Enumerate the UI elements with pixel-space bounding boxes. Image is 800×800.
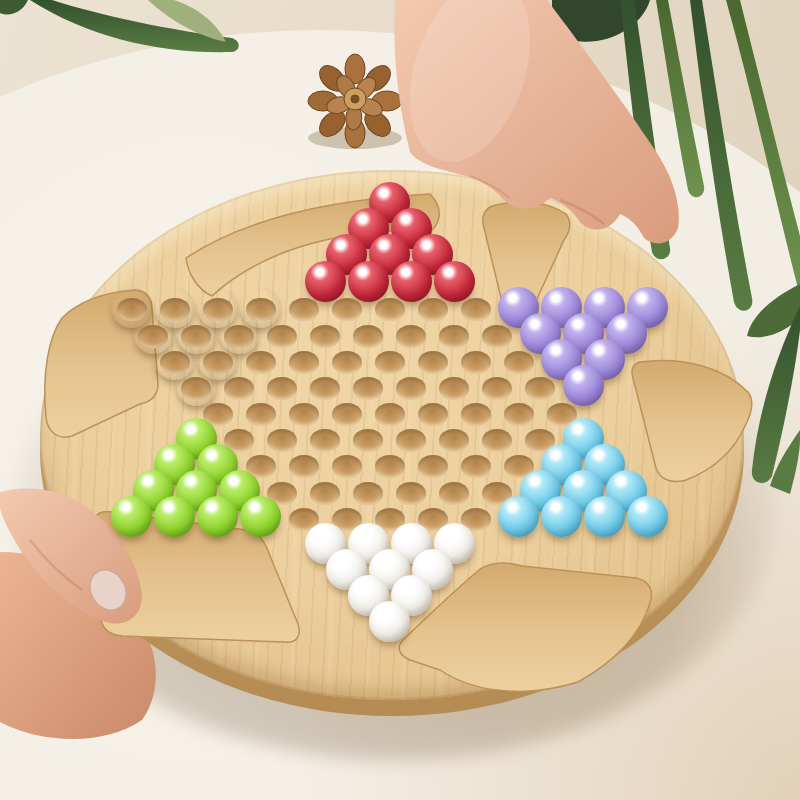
marble-white[interactable] [369, 601, 410, 642]
marble-green[interactable] [111, 496, 152, 537]
marble-green[interactable] [154, 496, 195, 537]
board-hole[interactable] [332, 403, 362, 426]
board-hole[interactable] [310, 482, 340, 505]
board-cell [325, 349, 368, 375]
board-cell [390, 375, 433, 401]
board-hole[interactable] [439, 377, 469, 400]
marble-green[interactable] [240, 496, 281, 537]
board-hole[interactable] [353, 377, 383, 400]
board-hole[interactable] [396, 429, 426, 452]
board-cell [433, 323, 476, 349]
board-hole[interactable] [310, 429, 340, 452]
board-cell [497, 506, 540, 532]
board-hole[interactable] [375, 351, 405, 374]
marble-blue[interactable] [584, 496, 625, 537]
board-cell [347, 323, 390, 349]
board-cell [347, 480, 390, 506]
board-cell [325, 454, 368, 480]
board-hole[interactable] [267, 325, 297, 348]
marble-red[interactable] [434, 261, 475, 302]
board-cell [411, 402, 454, 428]
board-cell [411, 297, 454, 323]
board-cell [325, 297, 368, 323]
board-hole[interactable] [310, 377, 340, 400]
board-hole[interactable] [396, 325, 426, 348]
marble-blue[interactable] [498, 496, 539, 537]
board-cell [368, 402, 411, 428]
board-hole[interactable] [396, 377, 426, 400]
board-cell [175, 375, 218, 401]
board-cell [454, 349, 497, 375]
board-hole[interactable] [439, 325, 469, 348]
board-cell [390, 323, 433, 349]
board-hole[interactable] [332, 455, 362, 478]
board-cell [433, 428, 476, 454]
board-cell [433, 375, 476, 401]
board-hole[interactable] [289, 403, 319, 426]
board-cell [390, 428, 433, 454]
board-cell [239, 402, 282, 428]
board-cell [304, 323, 347, 349]
board-hole[interactable] [310, 325, 340, 348]
board-hole[interactable] [461, 298, 491, 321]
board-cell [282, 454, 325, 480]
board-cell [583, 506, 626, 532]
board-cell [347, 375, 390, 401]
board-hole[interactable] [504, 351, 534, 374]
board-hole[interactable] [461, 403, 491, 426]
scene [0, 0, 800, 800]
board-cell [390, 480, 433, 506]
marble-blue[interactable] [541, 496, 582, 537]
board-cell [239, 349, 282, 375]
board-cell [454, 297, 497, 323]
board-hole[interactable] [418, 351, 448, 374]
board-hole[interactable] [289, 351, 319, 374]
board-cell [325, 402, 368, 428]
board-hole[interactable] [482, 429, 512, 452]
board-cell [454, 454, 497, 480]
board-cell [218, 375, 261, 401]
board-cell [433, 480, 476, 506]
board-cell [411, 349, 454, 375]
board-cell [476, 428, 519, 454]
board-cell [476, 375, 519, 401]
board-cell [562, 375, 605, 401]
board-hole[interactable] [289, 455, 319, 478]
board-cell [304, 480, 347, 506]
board-cell [476, 323, 519, 349]
board-cell [368, 454, 411, 480]
board-cell [261, 428, 304, 454]
board-hole[interactable] [525, 377, 555, 400]
board-cell [540, 506, 583, 532]
board-hole[interactable] [396, 482, 426, 505]
board-hole[interactable] [246, 351, 276, 374]
board-hole[interactable] [353, 429, 383, 452]
board-hole[interactable] [246, 403, 276, 426]
board-cell [304, 271, 347, 297]
board-hole[interactable] [332, 298, 362, 321]
board-hole[interactable] [439, 429, 469, 452]
board-hole[interactable] [504, 403, 534, 426]
board-hole[interactable] [267, 377, 297, 400]
board-hole[interactable] [482, 325, 512, 348]
board-hole[interactable] [461, 351, 491, 374]
board-hole[interactable] [461, 455, 491, 478]
board-cell [282, 297, 325, 323]
board-hole[interactable] [418, 403, 448, 426]
board-hole[interactable] [482, 377, 512, 400]
board-cell [390, 271, 433, 297]
board-cell [497, 349, 540, 375]
board-cell [110, 506, 153, 532]
board-cell [433, 271, 476, 297]
board-cell [239, 506, 282, 532]
board-cell [347, 271, 390, 297]
board-cell [626, 506, 669, 532]
board-cell [411, 454, 454, 480]
board-cell [368, 611, 411, 637]
board-cell [196, 506, 239, 532]
board-cell [519, 375, 562, 401]
board-cell [454, 402, 497, 428]
board-cell [304, 428, 347, 454]
board-cell [368, 297, 411, 323]
board-cell [153, 506, 196, 532]
board-hole[interactable] [439, 482, 469, 505]
board-cell [368, 349, 411, 375]
marble-red[interactable] [305, 261, 346, 302]
board-cell [304, 375, 347, 401]
marble-red[interactable] [348, 261, 389, 302]
board-hole[interactable] [289, 298, 319, 321]
board-cell [282, 349, 325, 375]
holes-grid [110, 192, 669, 637]
board-cell [261, 323, 304, 349]
board-hole[interactable] [332, 351, 362, 374]
marble-red[interactable] [391, 261, 432, 302]
marble-yellow[interactable] [176, 365, 217, 406]
board-hole[interactable] [267, 429, 297, 452]
board-cell [261, 375, 304, 401]
marble-blue[interactable] [627, 496, 668, 537]
marble-purple[interactable] [563, 365, 604, 406]
board-hole[interactable] [224, 377, 254, 400]
board-hole[interactable] [375, 298, 405, 321]
marble-green[interactable] [197, 496, 238, 537]
board-hole[interactable] [353, 482, 383, 505]
board-cell [497, 402, 540, 428]
board-cell [282, 402, 325, 428]
board-hole[interactable] [418, 298, 448, 321]
board-cell [347, 428, 390, 454]
board-hole[interactable] [353, 325, 383, 348]
board-hole[interactable] [375, 455, 405, 478]
board-hole[interactable] [418, 455, 448, 478]
board-hole[interactable] [375, 403, 405, 426]
